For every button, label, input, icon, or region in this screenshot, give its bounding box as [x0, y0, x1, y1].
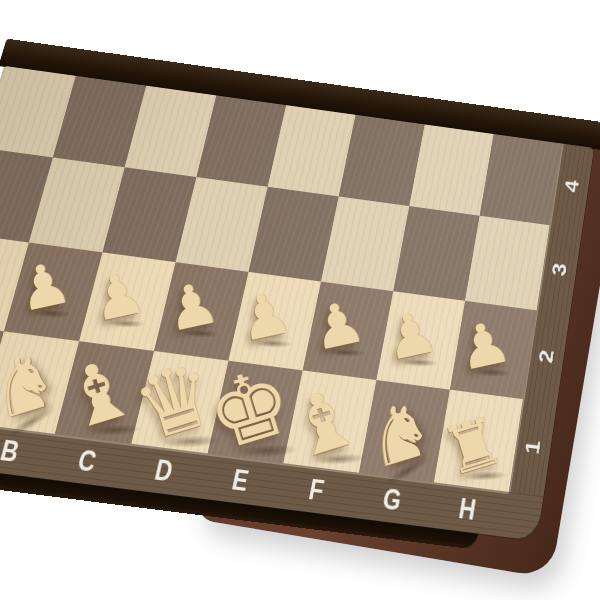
square-h3	[465, 216, 550, 311]
border-corner	[502, 492, 544, 541]
square-h1	[434, 390, 523, 492]
file-label-g: G	[350, 473, 434, 527]
square-h4	[480, 134, 563, 225]
chess-board: 4321ABCDEFGH	[0, 66, 594, 541]
board-perspective-wrap: 4321ABCDEFGH	[0, 66, 594, 541]
chess-set-product-photo: 4321ABCDEFGH ♞♝♛♚♝♞♜♟♟♟♟♟♟♟	[0, 0, 600, 600]
square-h2	[450, 301, 537, 399]
file-label-h: H	[426, 482, 508, 536]
